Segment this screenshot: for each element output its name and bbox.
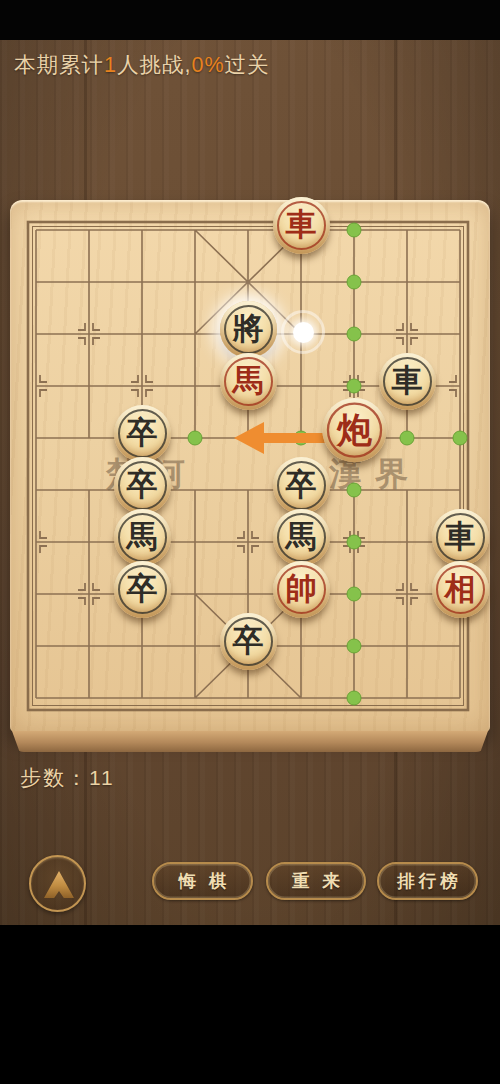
pass-percent: 0% xyxy=(191,53,224,77)
board-bevel-edge xyxy=(12,731,488,752)
restart-button[interactable]: 重 来 xyxy=(266,862,366,900)
app-screen: 本期累计1人挑战,0%过关 楚河 漢界 車將馬車卒炮卒卒馬馬車卒帥相卒 步数：1… xyxy=(0,0,500,1084)
banner-mid: 人挑战, xyxy=(117,53,191,77)
challenge-banner: 本期累计1人挑战,0%过关 xyxy=(14,50,270,79)
piece-black-general[interactable]: 將 xyxy=(220,301,277,358)
scroll-top-button[interactable] xyxy=(29,855,86,912)
banner-suffix: 过关 xyxy=(225,53,270,77)
piece-black-soldier[interactable]: 卒 xyxy=(273,457,330,514)
piece-black-soldier[interactable]: 卒 xyxy=(220,613,277,670)
piece-red-general[interactable]: 帥 xyxy=(273,561,330,618)
piece-red-chariot[interactable]: 車 xyxy=(273,197,330,254)
android-nav-bar: Bai du 经验 jingyan.baidu.com xyxy=(0,925,500,1084)
piece-red-horse[interactable]: 馬 xyxy=(220,353,277,410)
piece-black-chariot[interactable]: 車 xyxy=(379,353,436,410)
up-arrow-icon xyxy=(44,871,74,898)
challenger-count: 1 xyxy=(104,53,117,77)
piece-black-horse[interactable]: 馬 xyxy=(114,509,171,566)
banner-prefix: 本期累计 xyxy=(14,53,104,77)
piece-black-chariot[interactable]: 車 xyxy=(432,509,489,566)
piece-black-soldier[interactable]: 卒 xyxy=(114,561,171,618)
step-counter: 步数：11 xyxy=(20,764,115,792)
touch-cursor xyxy=(281,310,325,354)
piece-black-horse[interactable]: 馬 xyxy=(273,509,330,566)
xiangqi-board: 楚河 漢界 車將馬車卒炮卒卒馬馬車卒帥相卒 xyxy=(10,200,490,752)
undo-move-button[interactable]: 悔 棋 xyxy=(152,862,253,900)
pieces-layer: 車將馬車卒炮卒卒馬馬車卒帥相卒 xyxy=(10,200,490,732)
step-counter-label: 步数： xyxy=(20,766,89,789)
step-counter-value: 11 xyxy=(89,766,115,789)
piece-black-soldier[interactable]: 卒 xyxy=(114,457,171,514)
piece-black-soldier[interactable]: 卒 xyxy=(114,405,171,462)
piece-red-elephant[interactable]: 相 xyxy=(432,561,489,618)
piece-red-cannon[interactable]: 炮 xyxy=(322,397,386,461)
touch-cursor-dot xyxy=(293,322,314,343)
status-bar xyxy=(0,0,500,40)
leaderboard-button[interactable]: 排行榜 xyxy=(377,862,478,900)
